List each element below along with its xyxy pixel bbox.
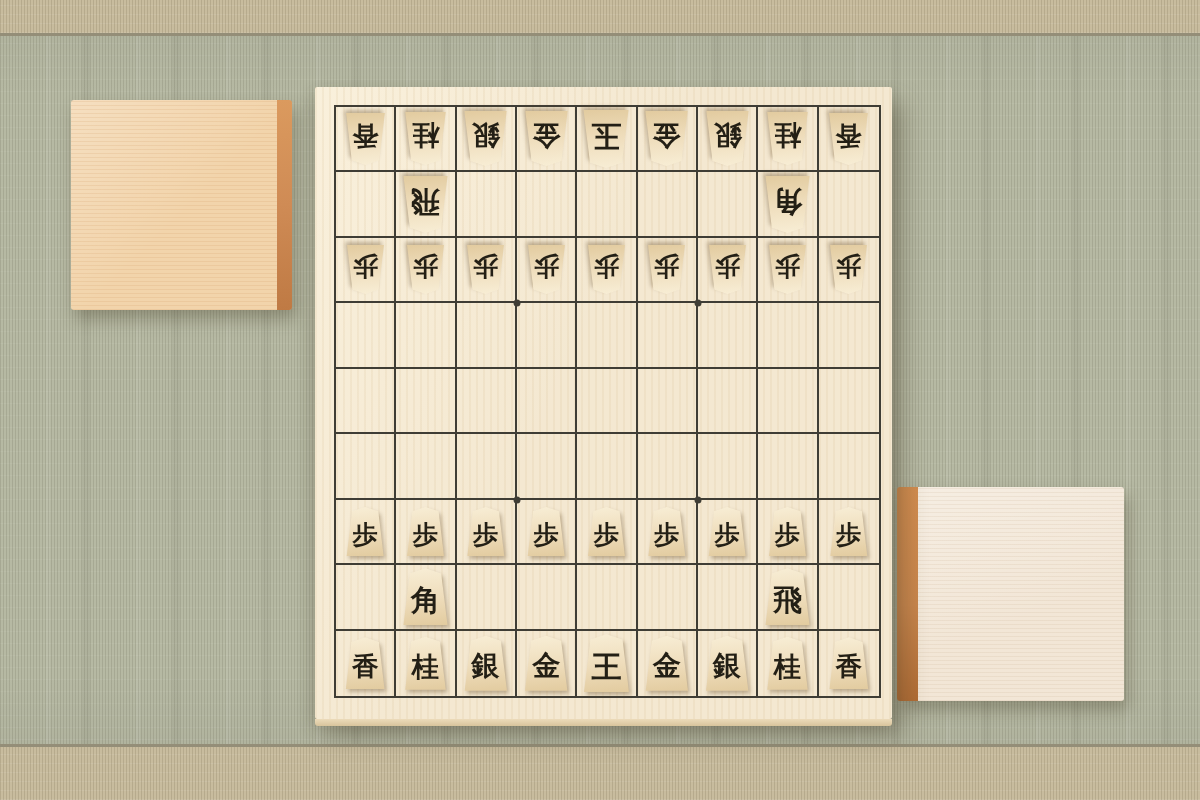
koma-kanji: 角 xyxy=(411,586,440,615)
cell-2i[interactable]: 桂 xyxy=(758,631,818,696)
koma-body: 歩 xyxy=(345,507,386,556)
tatami-band-bottom xyxy=(0,744,1200,800)
cell-6a[interactable]: 金 xyxy=(517,107,577,172)
koma-body: 香 xyxy=(344,113,387,165)
piece-sente-pawn[interactable]: 歩 xyxy=(707,507,748,556)
hoshi-dot xyxy=(514,300,521,307)
piece-sente-lance[interactable]: 香 xyxy=(344,637,387,689)
piece-sente-pawn[interactable]: 歩 xyxy=(465,507,506,556)
piece-gote-knight[interactable]: 桂 xyxy=(403,112,448,165)
cell-7f[interactable] xyxy=(457,434,517,499)
koma-kanji: 歩 xyxy=(594,254,619,279)
koma-body: 歩 xyxy=(767,245,808,294)
piece-gote-rook[interactable]: 飛 xyxy=(401,176,450,233)
koma-kanji: 桂 xyxy=(412,122,439,149)
koma-kanji: 歩 xyxy=(836,254,861,279)
piece-gote-pawn[interactable]: 歩 xyxy=(646,245,687,294)
piece-sente-silver[interactable]: 銀 xyxy=(462,636,509,691)
cell-1h[interactable] xyxy=(819,565,879,630)
cell-9c[interactable]: 歩 xyxy=(336,238,396,303)
koma-kanji: 歩 xyxy=(534,522,559,547)
cell-5e[interactable] xyxy=(577,369,637,434)
cell-8c[interactable]: 歩 xyxy=(396,238,456,303)
koma-kanji: 歩 xyxy=(654,254,679,279)
koma-kanji: 金 xyxy=(532,122,560,150)
cell-5i[interactable]: 王 xyxy=(577,631,637,696)
koma-body: 歩 xyxy=(586,245,627,294)
cell-3h[interactable] xyxy=(698,565,758,630)
cell-1d[interactable] xyxy=(819,303,879,368)
tatami-scene: 香桂銀金玉金銀桂香飛角歩歩歩歩歩歩歩歩歩歩歩歩歩歩歩歩歩歩角飛香桂銀金王金銀桂香 xyxy=(0,0,1200,800)
koma-kanji: 歩 xyxy=(473,254,498,279)
cell-2d[interactable] xyxy=(758,303,818,368)
koma-body: 角 xyxy=(401,568,450,625)
cell-1c[interactable]: 歩 xyxy=(819,238,879,303)
piece-gote-bishop[interactable]: 角 xyxy=(763,176,812,233)
cell-6b[interactable] xyxy=(517,172,577,237)
cell-7g[interactable]: 歩 xyxy=(457,500,517,565)
koma-kanji: 金 xyxy=(653,652,681,680)
piece-gote-pawn[interactable]: 歩 xyxy=(345,245,386,294)
cell-8g[interactable]: 歩 xyxy=(396,500,456,565)
piece-box-left xyxy=(71,100,292,310)
koma-body: 金 xyxy=(643,111,690,166)
koma-kanji: 歩 xyxy=(534,254,559,279)
tatami-band-top xyxy=(0,0,1200,36)
cell-4f[interactable] xyxy=(638,434,698,499)
cell-7d[interactable] xyxy=(457,303,517,368)
piece-gote-knight[interactable]: 桂 xyxy=(765,112,810,165)
piece-box-right xyxy=(897,487,1124,701)
piece-box-right-top-face xyxy=(918,487,1124,701)
shogi-grid: 香桂銀金玉金銀桂香飛角歩歩歩歩歩歩歩歩歩歩歩歩歩歩歩歩歩歩角飛香桂銀金王金銀桂香 xyxy=(334,105,881,698)
koma-body: 歩 xyxy=(405,245,446,294)
koma-kanji: 飛 xyxy=(773,586,802,615)
koma-body: 歩 xyxy=(405,507,446,556)
piece-sente-gold[interactable]: 金 xyxy=(643,636,690,691)
piece-gote-silver[interactable]: 銀 xyxy=(462,111,509,166)
cell-2b[interactable]: 角 xyxy=(758,172,818,237)
piece-gote-pawn[interactable]: 歩 xyxy=(526,245,567,294)
koma-body: 銀 xyxy=(462,111,509,166)
cell-3g[interactable]: 歩 xyxy=(698,500,758,565)
cell-9h[interactable] xyxy=(336,565,396,630)
cell-9a[interactable]: 香 xyxy=(336,107,396,172)
cell-1f[interactable] xyxy=(819,434,879,499)
piece-sente-pawn[interactable]: 歩 xyxy=(405,507,446,556)
koma-kanji: 金 xyxy=(532,652,560,680)
cell-8i[interactable]: 桂 xyxy=(396,631,456,696)
cell-6c[interactable]: 歩 xyxy=(517,238,577,303)
cell-8e[interactable] xyxy=(396,369,456,434)
koma-kanji: 香 xyxy=(352,653,378,679)
cell-2c[interactable]: 歩 xyxy=(758,238,818,303)
cell-4i[interactable]: 金 xyxy=(638,631,698,696)
piece-sente-pawn[interactable]: 歩 xyxy=(828,507,869,556)
koma-body: 香 xyxy=(827,113,870,165)
koma-body: 銀 xyxy=(704,111,751,166)
piece-sente-bishop[interactable]: 角 xyxy=(401,568,450,625)
koma-kanji: 香 xyxy=(836,653,862,679)
koma-body: 歩 xyxy=(465,245,506,294)
cell-5h[interactable] xyxy=(577,565,637,630)
cell-5d[interactable] xyxy=(577,303,637,368)
piece-sente-pawn[interactable]: 歩 xyxy=(586,507,627,556)
cell-4a[interactable]: 金 xyxy=(638,107,698,172)
koma-body: 歩 xyxy=(828,245,869,294)
piece-gote-pawn[interactable]: 歩 xyxy=(405,245,446,294)
cell-7e[interactable] xyxy=(457,369,517,434)
koma-body: 桂 xyxy=(765,637,810,690)
shogi-board: 香桂銀金玉金銀桂香飛角歩歩歩歩歩歩歩歩歩歩歩歩歩歩歩歩歩歩角飛香桂銀金王金銀桂香 xyxy=(315,87,892,719)
piece-box-left-side-face xyxy=(277,100,292,310)
piece-sente-gold[interactable]: 金 xyxy=(523,636,570,691)
koma-kanji: 歩 xyxy=(594,522,619,547)
cell-6e[interactable] xyxy=(517,369,577,434)
cell-6g[interactable]: 歩 xyxy=(517,500,577,565)
piece-gote-gold[interactable]: 金 xyxy=(523,111,570,166)
cell-7h[interactable] xyxy=(457,565,517,630)
cell-9d[interactable] xyxy=(336,303,396,368)
cell-2a[interactable]: 桂 xyxy=(758,107,818,172)
koma-kanji: 歩 xyxy=(654,522,679,547)
piece-sente-lance[interactable]: 香 xyxy=(827,637,870,689)
cell-5c[interactable]: 歩 xyxy=(577,238,637,303)
cell-1i[interactable]: 香 xyxy=(819,631,879,696)
koma-kanji: 歩 xyxy=(715,254,740,279)
koma-body: 歩 xyxy=(646,245,687,294)
cell-5g[interactable]: 歩 xyxy=(577,500,637,565)
koma-kanji: 金 xyxy=(653,122,681,150)
cell-4h[interactable] xyxy=(638,565,698,630)
koma-kanji: 飛 xyxy=(411,186,440,215)
cell-4e[interactable] xyxy=(638,369,698,434)
koma-body: 歩 xyxy=(345,245,386,294)
koma-kanji: 桂 xyxy=(774,653,801,680)
hoshi-dot xyxy=(514,496,521,503)
koma-kanji: 玉 xyxy=(591,120,621,150)
koma-kanji: 銀 xyxy=(472,122,500,150)
koma-body: 歩 xyxy=(707,507,748,556)
piece-sente-silver[interactable]: 銀 xyxy=(704,636,751,691)
koma-body: 歩 xyxy=(586,507,627,556)
koma-kanji: 香 xyxy=(352,123,378,149)
koma-body: 銀 xyxy=(462,636,509,691)
koma-body: 歩 xyxy=(646,507,687,556)
cell-2h[interactable]: 飛 xyxy=(758,565,818,630)
piece-gote-lance[interactable]: 香 xyxy=(827,113,870,165)
koma-kanji: 角 xyxy=(773,186,802,215)
cell-2g[interactable]: 歩 xyxy=(758,500,818,565)
koma-kanji: 歩 xyxy=(775,254,800,279)
koma-kanji: 歩 xyxy=(413,522,438,547)
koma-body: 桂 xyxy=(403,637,448,690)
koma-kanji: 銀 xyxy=(713,122,741,150)
koma-kanji: 歩 xyxy=(715,522,740,547)
cell-8d[interactable] xyxy=(396,303,456,368)
piece-gote-silver[interactable]: 銀 xyxy=(704,111,751,166)
koma-body: 金 xyxy=(643,636,690,691)
cell-3f[interactable] xyxy=(698,434,758,499)
koma-body: 飛 xyxy=(763,568,812,625)
cell-8h[interactable]: 角 xyxy=(396,565,456,630)
cell-6d[interactable] xyxy=(517,303,577,368)
koma-body: 金 xyxy=(523,636,570,691)
cell-7i[interactable]: 銀 xyxy=(457,631,517,696)
koma-body: 歩 xyxy=(828,507,869,556)
cell-8a[interactable]: 桂 xyxy=(396,107,456,172)
koma-body: 香 xyxy=(344,637,387,689)
koma-kanji: 香 xyxy=(836,123,862,149)
koma-body: 歩 xyxy=(767,507,808,556)
cell-9i[interactable]: 香 xyxy=(336,631,396,696)
koma-body: 玉 xyxy=(581,110,631,168)
koma-body: 金 xyxy=(523,111,570,166)
koma-body: 角 xyxy=(763,176,812,233)
piece-gote-pawn[interactable]: 歩 xyxy=(767,245,808,294)
piece-sente-pawn[interactable]: 歩 xyxy=(767,507,808,556)
koma-kanji: 歩 xyxy=(353,522,378,547)
cell-3i[interactable]: 銀 xyxy=(698,631,758,696)
piece-gote-gold[interactable]: 金 xyxy=(643,111,690,166)
koma-kanji: 歩 xyxy=(473,522,498,547)
koma-kanji: 桂 xyxy=(774,122,801,149)
cell-9b[interactable] xyxy=(336,172,396,237)
cell-4b[interactable] xyxy=(638,172,698,237)
cell-5a[interactable]: 玉 xyxy=(577,107,637,172)
cell-6f[interactable] xyxy=(517,434,577,499)
cell-9f[interactable] xyxy=(336,434,396,499)
piece-gote-pawn[interactable]: 歩 xyxy=(586,245,627,294)
cell-3b[interactable] xyxy=(698,172,758,237)
koma-body: 歩 xyxy=(707,245,748,294)
cell-8f[interactable] xyxy=(396,434,456,499)
koma-kanji: 銀 xyxy=(713,652,741,680)
cell-1e[interactable] xyxy=(819,369,879,434)
cell-5b[interactable] xyxy=(577,172,637,237)
cell-7b[interactable] xyxy=(457,172,517,237)
piece-gote-lance[interactable]: 香 xyxy=(344,113,387,165)
hoshi-dot xyxy=(695,300,702,307)
piece-box-left-top-face xyxy=(71,100,277,310)
cell-3e[interactable] xyxy=(698,369,758,434)
cell-5f[interactable] xyxy=(577,434,637,499)
cell-9e[interactable] xyxy=(336,369,396,434)
cell-7c[interactable]: 歩 xyxy=(457,238,517,303)
piece-sente-king[interactable]: 王 xyxy=(581,634,631,692)
piece-sente-knight[interactable]: 桂 xyxy=(403,637,448,690)
piece-gote-pawn[interactable]: 歩 xyxy=(707,245,748,294)
koma-kanji: 桂 xyxy=(412,653,439,680)
cell-9g[interactable]: 歩 xyxy=(336,500,396,565)
koma-kanji: 歩 xyxy=(775,522,800,547)
koma-body: 歩 xyxy=(526,507,567,556)
koma-kanji: 歩 xyxy=(836,522,861,547)
piece-sente-pawn[interactable]: 歩 xyxy=(345,507,386,556)
cell-3a[interactable]: 銀 xyxy=(698,107,758,172)
koma-body: 銀 xyxy=(704,636,751,691)
cell-2e[interactable] xyxy=(758,369,818,434)
cell-3d[interactable] xyxy=(698,303,758,368)
koma-kanji: 王 xyxy=(591,652,621,682)
piece-sente-pawn[interactable]: 歩 xyxy=(646,507,687,556)
koma-body: 歩 xyxy=(526,245,567,294)
cell-3c[interactable]: 歩 xyxy=(698,238,758,303)
cell-4d[interactable] xyxy=(638,303,698,368)
cell-1a[interactable]: 香 xyxy=(819,107,879,172)
koma-kanji: 銀 xyxy=(472,652,500,680)
koma-body: 桂 xyxy=(403,112,448,165)
piece-gote-pawn[interactable]: 歩 xyxy=(465,245,506,294)
koma-body: 歩 xyxy=(465,507,506,556)
cell-6i[interactable]: 金 xyxy=(517,631,577,696)
cell-1b[interactable] xyxy=(819,172,879,237)
koma-body: 桂 xyxy=(765,112,810,165)
koma-kanji: 歩 xyxy=(413,254,438,279)
piece-sente-knight[interactable]: 桂 xyxy=(765,637,810,690)
koma-body: 香 xyxy=(827,637,870,689)
piece-gote-pawn[interactable]: 歩 xyxy=(828,245,869,294)
cell-1g[interactable]: 歩 xyxy=(819,500,879,565)
koma-body: 王 xyxy=(581,634,631,692)
piece-box-right-side-face xyxy=(897,487,918,701)
cell-8b[interactable]: 飛 xyxy=(396,172,456,237)
cell-4c[interactable]: 歩 xyxy=(638,238,698,303)
cell-2f[interactable] xyxy=(758,434,818,499)
koma-body: 飛 xyxy=(401,176,450,233)
hoshi-dot xyxy=(695,496,702,503)
cell-4g[interactable]: 歩 xyxy=(638,500,698,565)
piece-sente-rook[interactable]: 飛 xyxy=(763,568,812,625)
koma-kanji: 歩 xyxy=(353,254,378,279)
piece-gote-king[interactable]: 玉 xyxy=(581,110,631,168)
piece-sente-pawn[interactable]: 歩 xyxy=(526,507,567,556)
cell-6h[interactable] xyxy=(517,565,577,630)
cell-7a[interactable]: 銀 xyxy=(457,107,517,172)
